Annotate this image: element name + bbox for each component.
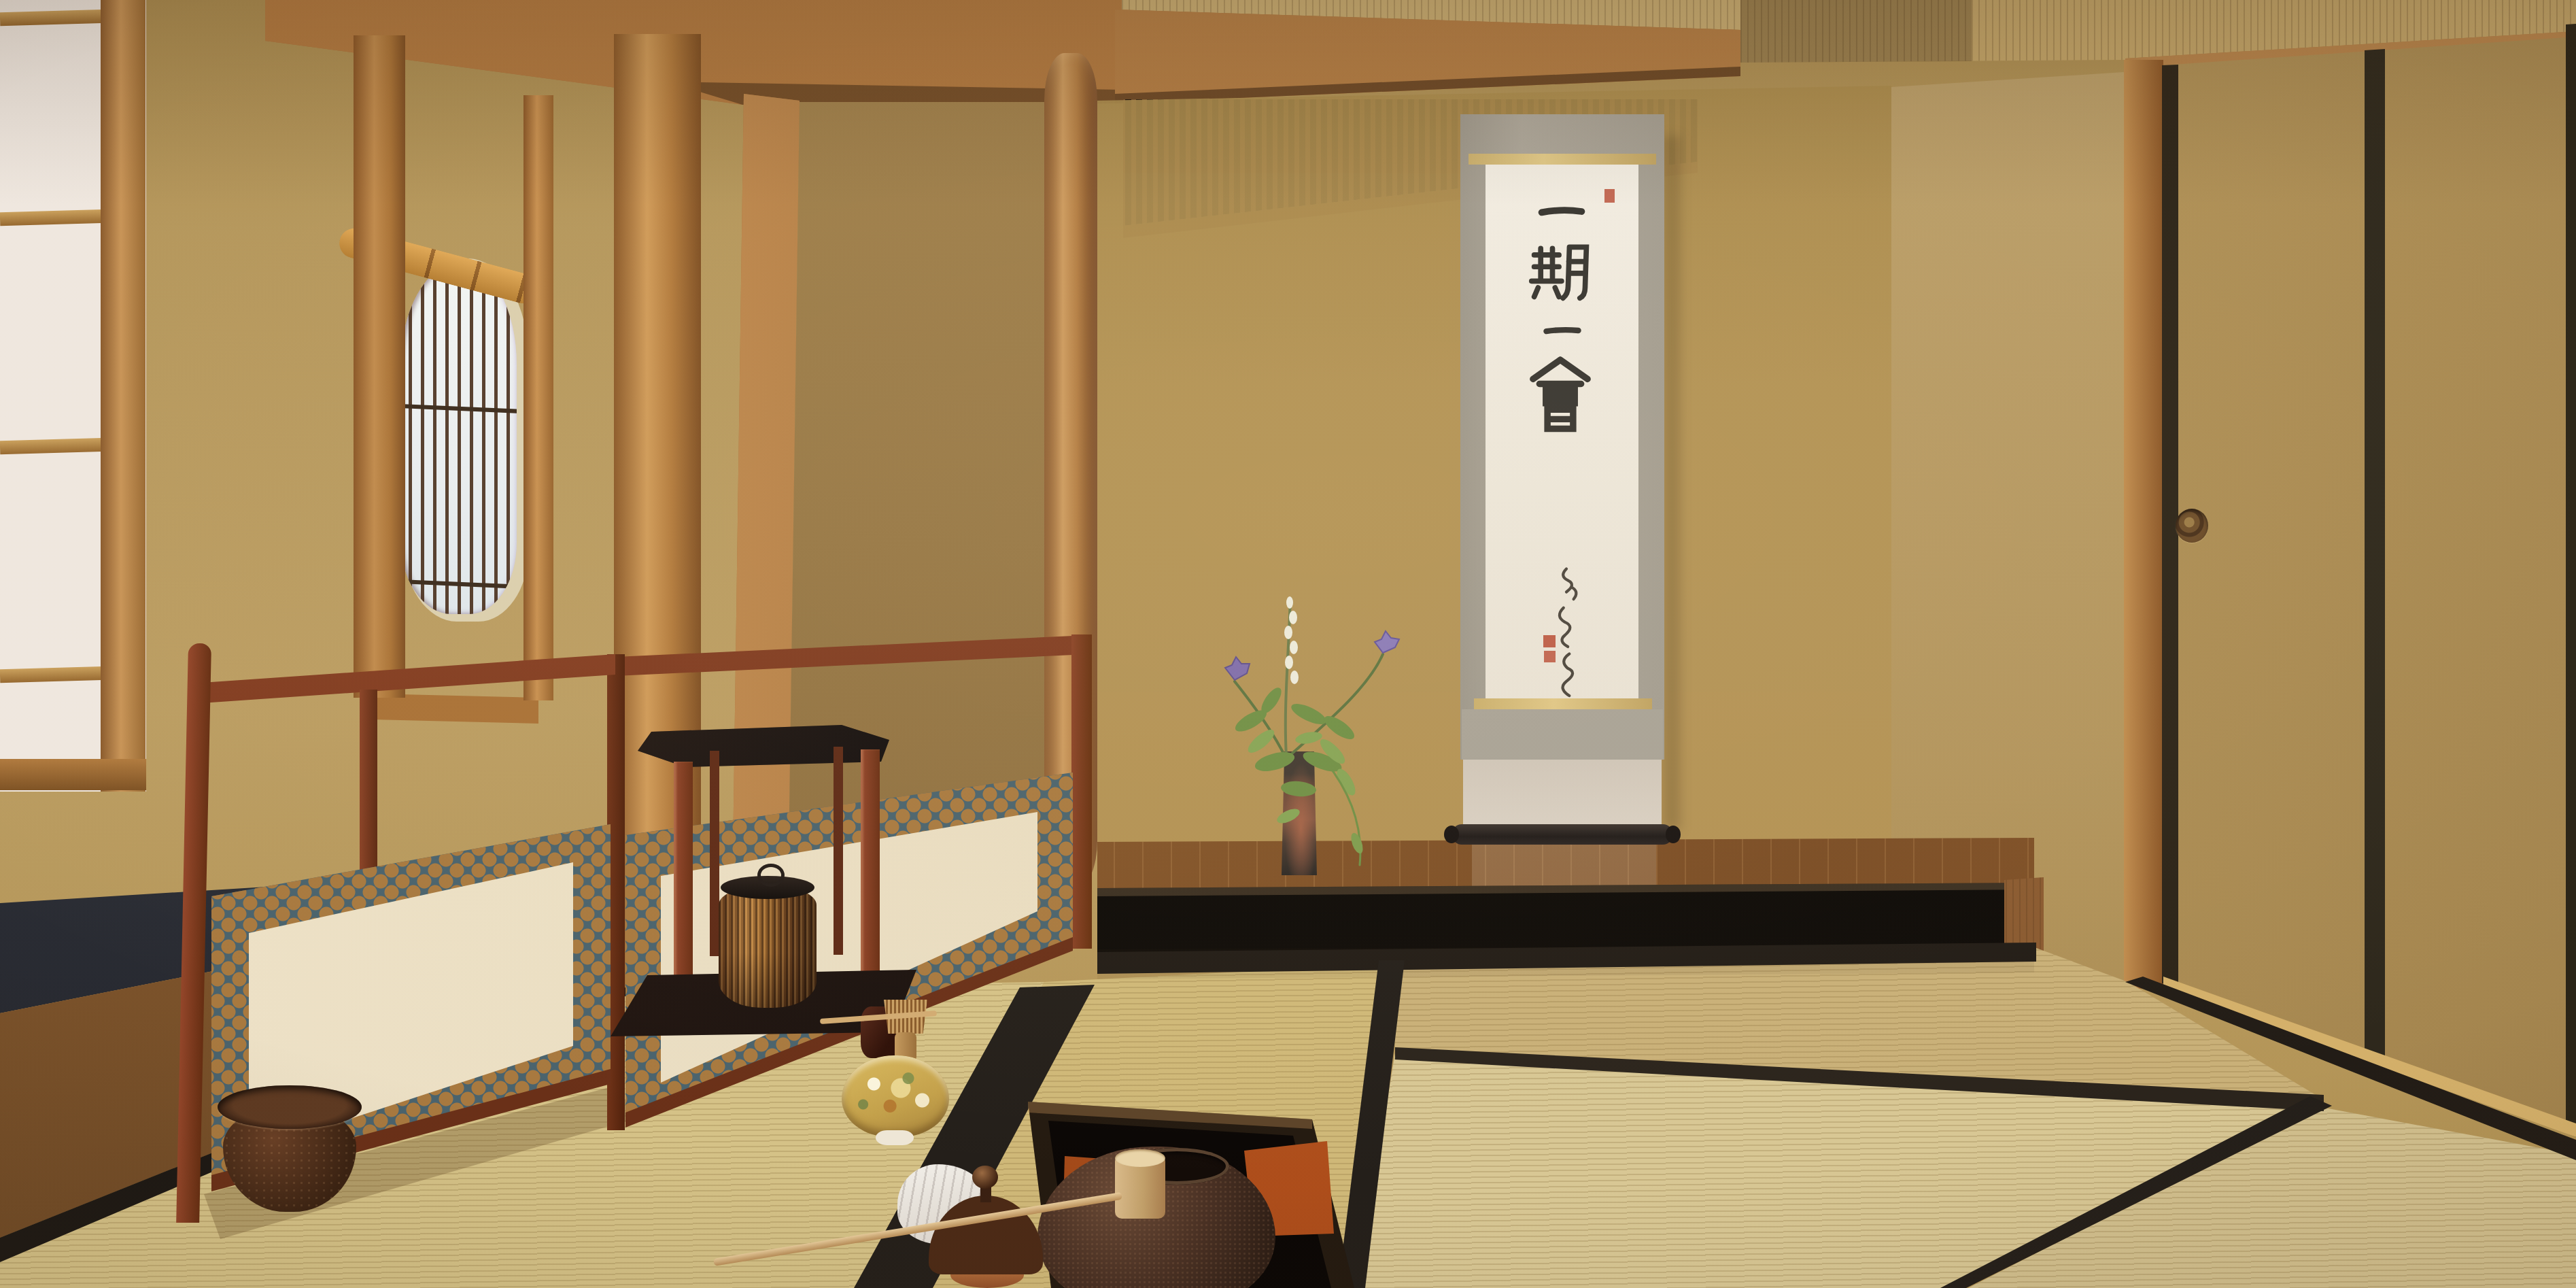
shoji-rail bbox=[0, 10, 107, 26]
calligraphy-char-ichi-1 bbox=[1519, 188, 1604, 235]
hishaku-cup-top bbox=[1115, 1149, 1165, 1167]
tana-front-leg bbox=[861, 749, 880, 978]
post-window-right-thin bbox=[523, 95, 553, 700]
window-lattice-bars bbox=[400, 262, 517, 614]
tana-back-leg bbox=[710, 751, 719, 956]
calligraphy-char-ki bbox=[1515, 238, 1606, 303]
mizusashi bbox=[719, 885, 817, 1008]
scroll-top-seal bbox=[1604, 189, 1615, 203]
tana-front-leg bbox=[674, 762, 693, 979]
shoji-rail bbox=[0, 438, 107, 454]
scroll-roller-knob bbox=[1444, 826, 1459, 843]
scroll-seal bbox=[1543, 635, 1556, 647]
post-window-left bbox=[354, 35, 405, 698]
scroll-gold-band-top bbox=[1469, 154, 1656, 165]
kensui-rim bbox=[218, 1085, 362, 1129]
gold-chawan bbox=[842, 1055, 949, 1137]
scroll-shadow bbox=[1663, 136, 1681, 830]
calligraphy-char-e bbox=[1516, 355, 1604, 435]
scroll-roller-knob bbox=[1666, 826, 1681, 843]
mizusashi-knob bbox=[757, 864, 785, 887]
flower-arrangement bbox=[1169, 558, 1428, 884]
corner-post bbox=[2124, 60, 2163, 989]
shoji-screen bbox=[0, 0, 146, 792]
scroll-roller bbox=[1452, 824, 1672, 845]
scroll-gold-band-bottom bbox=[1474, 698, 1652, 709]
tea-room-photo bbox=[0, 0, 2576, 1288]
shoji-stile bbox=[101, 0, 145, 792]
chawan-foot bbox=[876, 1130, 914, 1145]
shoji-rail bbox=[0, 209, 107, 226]
shoji-bottom-rail bbox=[0, 759, 146, 790]
kettle-lid-knob bbox=[972, 1166, 998, 1189]
scroll-bottom-panel bbox=[1463, 760, 1662, 825]
scroll-lower-mount bbox=[1462, 709, 1663, 760]
screen-right-stile bbox=[1071, 634, 1092, 949]
scroll-seal bbox=[1544, 651, 1556, 662]
calligraphy-char-ichi-2 bbox=[1522, 311, 1602, 350]
tana-back-leg bbox=[834, 747, 843, 955]
oval-window bbox=[400, 262, 517, 614]
fusuma-pull bbox=[2176, 509, 2208, 543]
shoji-rail bbox=[0, 666, 107, 683]
